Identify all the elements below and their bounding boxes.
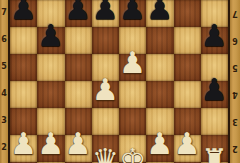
square-c6[interactable] — [65, 27, 92, 54]
square-a1[interactable] — [10, 162, 37, 163]
piece-white-pawn-d4[interactable]: ♟ — [92, 71, 119, 105]
square-g4[interactable] — [174, 81, 201, 108]
square-h3[interactable] — [201, 108, 228, 135]
square-e4[interactable] — [119, 81, 146, 108]
square-b4[interactable] — [37, 81, 64, 108]
chess-board: ♟♟♟♟♟♟♟♟♟♟♟♟♟♟♟♛♚♜ — [10, 0, 228, 163]
piece-black-pawn-h4[interactable]: ♟ — [201, 71, 228, 105]
rank-label-5-left: 5 — [0, 62, 8, 72]
piece-white-pawn-c2[interactable]: ♟ — [65, 125, 92, 159]
square-d3[interactable] — [92, 108, 119, 135]
square-g1[interactable] — [174, 162, 201, 163]
piece-white-king-e1[interactable]: ♚ — [119, 141, 146, 163]
square-g7[interactable] — [174, 0, 201, 27]
square-e3[interactable] — [119, 108, 146, 135]
piece-white-pawn-g2[interactable]: ♟ — [174, 125, 201, 159]
piece-white-pawn-a2[interactable]: ♟ — [10, 125, 37, 159]
rank-label-2-right: 2 — [230, 143, 240, 153]
rank-label-7-right: 7 — [230, 8, 240, 18]
rank-label-rail-left: 765432 — [0, 0, 10, 163]
rank-label-rail-right: 765432 — [228, 0, 240, 163]
chess-board-screenshot: ♟♟♟♟♟♟♟♟♟♟♟♟♟♟♟♛♚♜ 765432 765432 — [0, 0, 240, 163]
square-g5[interactable] — [174, 54, 201, 81]
piece-black-pawn-d7[interactable]: ♟ — [92, 0, 119, 24]
square-f5[interactable] — [146, 54, 173, 81]
square-a4[interactable] — [10, 81, 37, 108]
square-c1[interactable] — [65, 162, 92, 163]
piece-black-pawn-c7[interactable]: ♟ — [65, 0, 92, 24]
square-b5[interactable] — [37, 54, 64, 81]
rank-label-7-left: 7 — [0, 8, 8, 18]
rank-label-5-right: 5 — [230, 62, 240, 72]
piece-black-pawn-a7[interactable]: ♟ — [10, 0, 37, 24]
rank-label-6-right: 6 — [230, 35, 240, 45]
square-f1[interactable] — [146, 162, 173, 163]
square-f6[interactable] — [146, 27, 173, 54]
rank-label-6-left: 6 — [0, 35, 8, 45]
square-b1[interactable] — [37, 162, 64, 163]
piece-black-pawn-h6[interactable]: ♟ — [201, 17, 228, 51]
rank-label-4-right: 4 — [230, 89, 240, 99]
piece-white-rook-h1[interactable]: ♜ — [201, 141, 228, 163]
square-g6[interactable] — [174, 27, 201, 54]
square-f4[interactable] — [146, 81, 173, 108]
rank-label-4-left: 4 — [0, 89, 8, 99]
square-c5[interactable] — [65, 54, 92, 81]
square-c4[interactable] — [65, 81, 92, 108]
rank-label-3-left: 3 — [0, 116, 8, 126]
rank-label-3-right: 3 — [230, 116, 240, 126]
rank-label-2-left: 2 — [0, 143, 8, 153]
piece-white-pawn-b2[interactable]: ♟ — [37, 125, 64, 159]
piece-white-pawn-e5[interactable]: ♟ — [119, 44, 146, 78]
piece-black-pawn-e7[interactable]: ♟ — [119, 0, 146, 24]
piece-white-pawn-f2[interactable]: ♟ — [146, 125, 173, 159]
square-a5[interactable] — [10, 54, 37, 81]
piece-black-pawn-b6[interactable]: ♟ — [37, 17, 64, 51]
square-a6[interactable] — [10, 27, 37, 54]
piece-white-queen-d1[interactable]: ♛ — [92, 141, 119, 163]
square-d6[interactable] — [92, 27, 119, 54]
piece-black-pawn-f7[interactable]: ♟ — [146, 0, 173, 24]
